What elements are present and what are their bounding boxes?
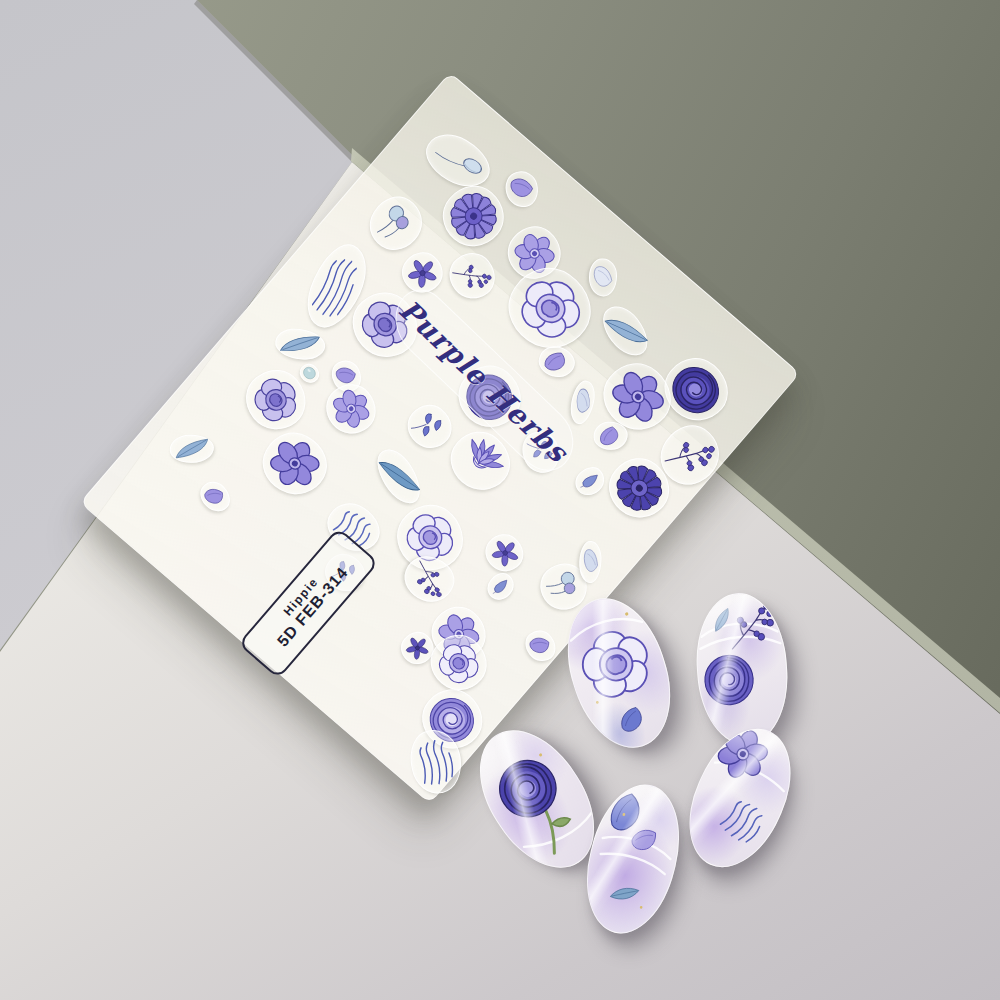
sticker-petal (502, 168, 542, 211)
sticker-petal-white (589, 258, 617, 296)
dark-rose-motif (489, 750, 567, 828)
berry-sprig-motif (729, 602, 775, 649)
sticker-leaf-teal (370, 443, 429, 511)
sticker-petal-long (567, 379, 598, 427)
sticker-drop-blue (483, 568, 519, 605)
peony-motif (571, 621, 662, 710)
sticker-petal-long (578, 541, 602, 584)
sticker-pom (431, 174, 516, 259)
sticker-anemone-big (253, 422, 338, 505)
sticker-leaf-blue (595, 299, 656, 364)
sticker-bud-stem (418, 124, 499, 197)
sticker-petal (195, 476, 236, 517)
lavender-petal-motif (629, 823, 659, 855)
teal-leaf-motif (610, 879, 639, 909)
squiggle-motif (719, 797, 768, 847)
blue-petal-motif (621, 707, 641, 732)
sticker-petal (535, 342, 578, 381)
sticker-leaf-blue (273, 326, 327, 363)
sticker-sprig-berry (441, 244, 504, 307)
blue-petal-motif (611, 794, 640, 831)
sticker-leaf-blue (170, 434, 215, 463)
sticker-drop-blue (570, 462, 610, 501)
sticker-petal (593, 421, 628, 450)
blue-leaf-motif (710, 608, 734, 631)
rose-motif (703, 654, 755, 707)
sticker-anemone (317, 375, 386, 444)
sticker-dot-teal (296, 360, 323, 387)
sticker-daisy (478, 527, 530, 579)
photo-scene: Purple Herbs Hippie 5D FEB-314 (0, 0, 1000, 1000)
sticker-drops3 (399, 396, 460, 457)
